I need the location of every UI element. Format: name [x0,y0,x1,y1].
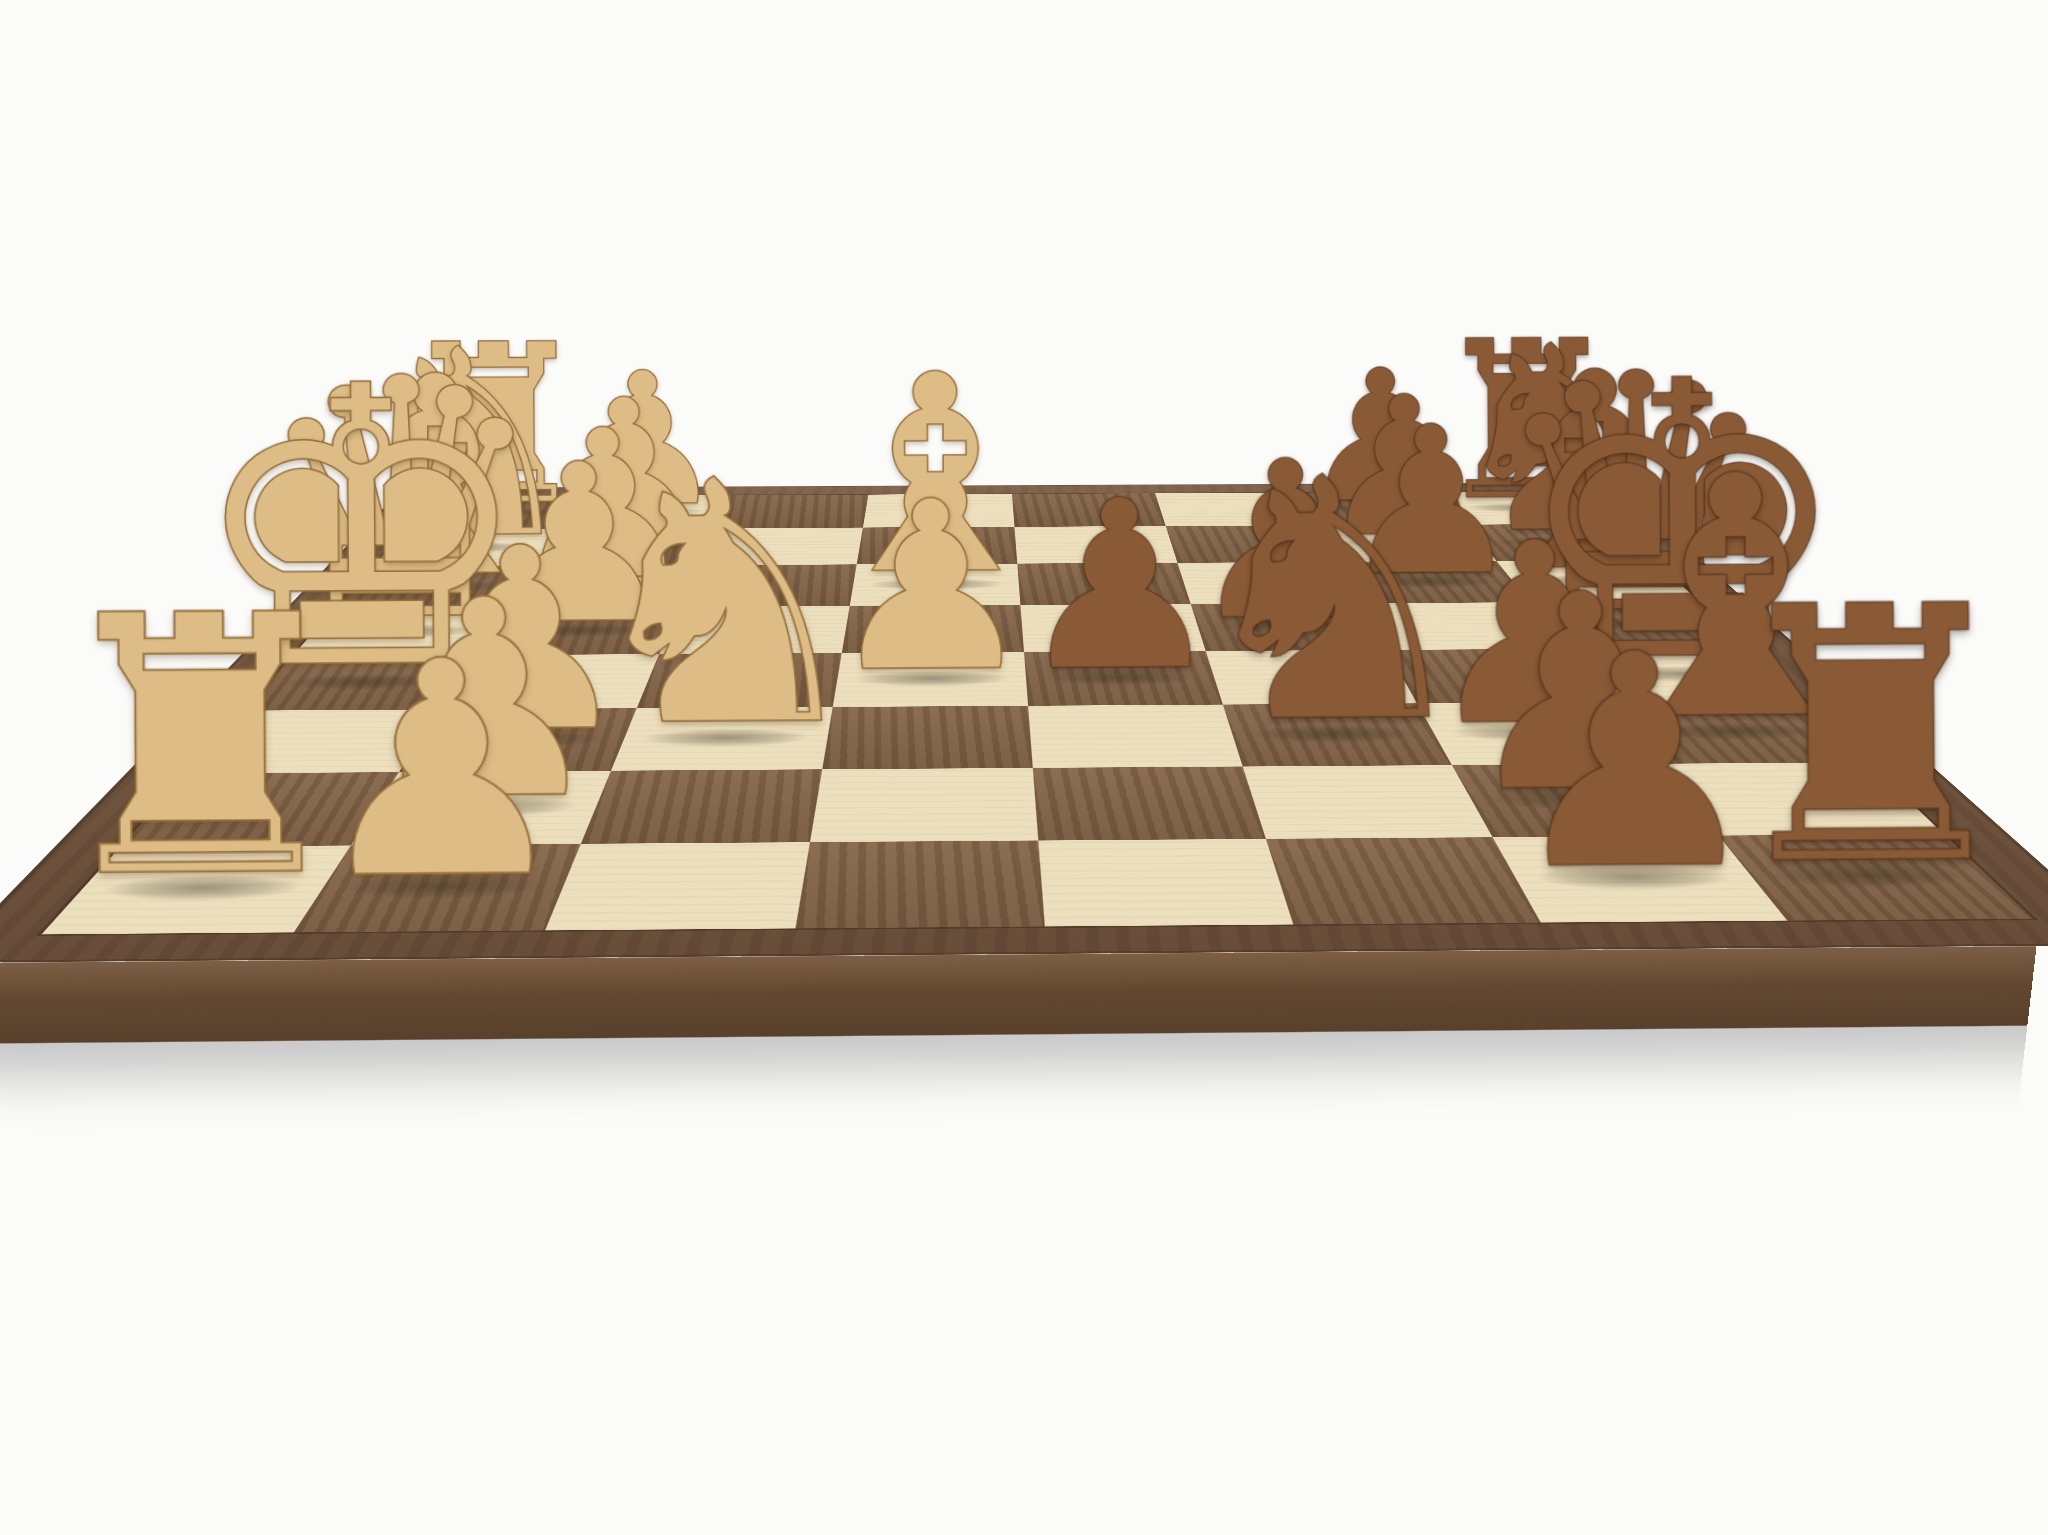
pieces-layer: ♜♟♜♟♞♟♞♟♝♟♝♝♟♛♟♛♟♚♟♚♟♟♞♝♟♞♟♟♜♟♜♟ [41,491,2032,934]
board-side-edge [0,945,2048,1044]
black-pawn-glyph: ♟ [1503,644,1766,881]
chess-photo-stage: ♜♟♜♟♞♟♞♟♝♟♝♝♟♛♟♛♟♚♟♚♟♟♞♝♟♞♟♟♜♟♜♟ [0,0,2048,1535]
white-pawn-glyph: ♟ [307,651,575,890]
black-knight-glyph: ♞ [1183,468,1483,737]
white-knight-glyph: ♞ [573,471,876,741]
chessboard: ♜♟♜♟♞♟♞♟♝♟♝♝♟♛♟♛♟♚♟♚♟♟♞♝♟♞♟♟♜♟♜♟ [0,482,2048,963]
board-scene: ♜♟♜♟♞♟♞♟♝♟♝♝♟♛♟♛♟♚♟♚♟♟♞♝♟♞♟♟♜♟♜♟ [244,0,1804,1432]
